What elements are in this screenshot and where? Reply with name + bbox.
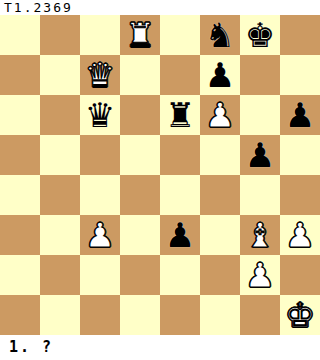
square-b5[interactable] bbox=[40, 135, 80, 175]
square-f1[interactable] bbox=[200, 295, 240, 335]
black-knight-piece: ♞ bbox=[200, 15, 240, 55]
square-b8[interactable] bbox=[40, 15, 80, 55]
square-b4[interactable] bbox=[40, 175, 80, 215]
square-e1[interactable] bbox=[160, 295, 200, 335]
square-a4[interactable] bbox=[0, 175, 40, 215]
square-h6[interactable]: ♟ bbox=[280, 95, 320, 135]
square-h4[interactable] bbox=[280, 175, 320, 215]
puzzle-id: T1.2369 bbox=[4, 0, 73, 15]
square-e4[interactable] bbox=[160, 175, 200, 215]
move-prompt: 1. ? bbox=[9, 335, 53, 360]
square-a1[interactable] bbox=[0, 295, 40, 335]
square-d5[interactable] bbox=[120, 135, 160, 175]
square-h5[interactable] bbox=[280, 135, 320, 175]
white-rook-piece: ♜ bbox=[120, 15, 160, 55]
square-b7[interactable] bbox=[40, 55, 80, 95]
white-pawn-piece: ♟ bbox=[80, 215, 120, 255]
square-h8[interactable] bbox=[280, 15, 320, 55]
square-c6[interactable]: ♛ bbox=[80, 95, 120, 135]
black-queen-piece: ♛ bbox=[80, 95, 120, 135]
square-c8[interactable] bbox=[80, 15, 120, 55]
square-e6[interactable]: ♜ bbox=[160, 95, 200, 135]
white-queen-piece: ♛ bbox=[80, 55, 120, 95]
square-g4[interactable] bbox=[240, 175, 280, 215]
square-c2[interactable] bbox=[80, 255, 120, 295]
square-g8[interactable]: ♚ bbox=[240, 15, 280, 55]
square-a6[interactable] bbox=[0, 95, 40, 135]
square-d4[interactable] bbox=[120, 175, 160, 215]
black-king-piece: ♚ bbox=[240, 15, 280, 55]
white-king-piece: ♚ bbox=[280, 295, 320, 335]
square-h1[interactable]: ♚ bbox=[280, 295, 320, 335]
square-g5[interactable]: ♟ bbox=[240, 135, 280, 175]
white-pawn-piece: ♟ bbox=[240, 255, 280, 295]
square-c5[interactable] bbox=[80, 135, 120, 175]
square-b3[interactable] bbox=[40, 215, 80, 255]
white-pawn-piece: ♟ bbox=[280, 215, 320, 255]
square-f4[interactable] bbox=[200, 175, 240, 215]
square-d1[interactable] bbox=[120, 295, 160, 335]
square-c1[interactable] bbox=[80, 295, 120, 335]
square-d3[interactable] bbox=[120, 215, 160, 255]
square-a3[interactable] bbox=[0, 215, 40, 255]
square-c7[interactable]: ♛ bbox=[80, 55, 120, 95]
chess-puzzle-window: T1.2369 ♜♞♚♛♟♛♜♟♟♟♟♟♝♟♟♚ 1. ? bbox=[0, 0, 320, 360]
square-h3[interactable]: ♟ bbox=[280, 215, 320, 255]
square-g7[interactable] bbox=[240, 55, 280, 95]
square-d7[interactable] bbox=[120, 55, 160, 95]
square-g2[interactable]: ♟ bbox=[240, 255, 280, 295]
square-d6[interactable] bbox=[120, 95, 160, 135]
black-pawn-piece: ♟ bbox=[280, 95, 320, 135]
square-a8[interactable] bbox=[0, 15, 40, 55]
square-f3[interactable] bbox=[200, 215, 240, 255]
square-c3[interactable]: ♟ bbox=[80, 215, 120, 255]
square-c4[interactable] bbox=[80, 175, 120, 215]
square-e3[interactable]: ♟ bbox=[160, 215, 200, 255]
square-f2[interactable] bbox=[200, 255, 240, 295]
square-f5[interactable] bbox=[200, 135, 240, 175]
square-a5[interactable] bbox=[0, 135, 40, 175]
square-e2[interactable] bbox=[160, 255, 200, 295]
square-e5[interactable] bbox=[160, 135, 200, 175]
square-d2[interactable] bbox=[120, 255, 160, 295]
black-pawn-piece: ♟ bbox=[200, 55, 240, 95]
square-g6[interactable] bbox=[240, 95, 280, 135]
white-pawn-piece: ♟ bbox=[200, 95, 240, 135]
square-b2[interactable] bbox=[40, 255, 80, 295]
square-h7[interactable] bbox=[280, 55, 320, 95]
white-bishop-piece: ♝ bbox=[240, 215, 280, 255]
black-pawn-piece: ♟ bbox=[240, 135, 280, 175]
square-b6[interactable] bbox=[40, 95, 80, 135]
square-b1[interactable] bbox=[40, 295, 80, 335]
square-h2[interactable] bbox=[280, 255, 320, 295]
square-d8[interactable]: ♜ bbox=[120, 15, 160, 55]
square-g3[interactable]: ♝ bbox=[240, 215, 280, 255]
square-e8[interactable] bbox=[160, 15, 200, 55]
chess-board: ♜♞♚♛♟♛♜♟♟♟♟♟♝♟♟♚ bbox=[0, 15, 320, 335]
black-pawn-piece: ♟ bbox=[160, 215, 200, 255]
square-f6[interactable]: ♟ bbox=[200, 95, 240, 135]
black-rook-piece: ♜ bbox=[160, 95, 200, 135]
square-g1[interactable] bbox=[240, 295, 280, 335]
square-a2[interactable] bbox=[0, 255, 40, 295]
square-e7[interactable] bbox=[160, 55, 200, 95]
square-f8[interactable]: ♞ bbox=[200, 15, 240, 55]
square-f7[interactable]: ♟ bbox=[200, 55, 240, 95]
square-a7[interactable] bbox=[0, 55, 40, 95]
